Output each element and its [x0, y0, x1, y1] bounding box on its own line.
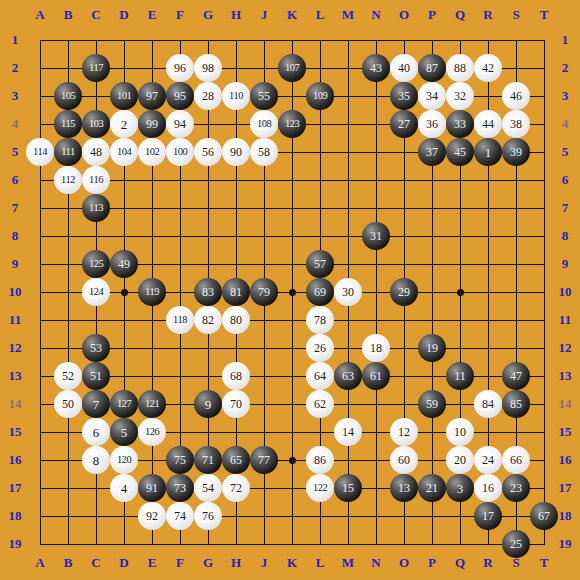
move-number: 42	[482, 62, 494, 74]
col-label-top-G: G	[203, 7, 213, 23]
row-label-left-11: 11	[9, 312, 21, 328]
row-label-right-15: 15	[559, 424, 572, 440]
move-number: 33	[454, 118, 466, 130]
stone-black-27-O4: 27	[390, 110, 418, 138]
move-number: 25	[510, 538, 522, 550]
star-point-K10	[289, 289, 296, 296]
move-number: 58	[258, 146, 270, 158]
stone-white-26-L12: 26	[306, 334, 334, 362]
stone-black-83-G10: 83	[194, 278, 222, 306]
stone-white-122-L17: 122	[306, 474, 334, 502]
move-number: 46	[510, 90, 522, 102]
stone-black-57-L9: 57	[306, 250, 334, 278]
stone-black-115-B4: 115	[54, 110, 82, 138]
stone-white-100-F5: 100	[166, 138, 194, 166]
move-number: 24	[482, 454, 494, 466]
stone-black-55-J3: 55	[250, 82, 278, 110]
stone-white-58-J5: 58	[250, 138, 278, 166]
row-label-right-8: 8	[562, 228, 569, 244]
stone-black-69-L10: 69	[306, 278, 334, 306]
move-number: 124	[89, 287, 103, 298]
stone-black-59-P14: 59	[418, 390, 446, 418]
row-label-right-13: 13	[559, 368, 572, 384]
move-number: 97	[146, 90, 158, 102]
col-label-top-H: H	[231, 7, 241, 23]
move-number: 10	[454, 426, 466, 438]
row-label-left-8: 8	[12, 228, 19, 244]
col-label-top-J: J	[261, 7, 268, 23]
move-number: 18	[370, 342, 382, 354]
stone-white-82-G11: 82	[194, 306, 222, 334]
move-number: 26	[314, 342, 326, 354]
col-label-top-D: D	[119, 7, 128, 23]
row-label-right-2: 2	[562, 60, 569, 76]
move-number: 120	[117, 455, 131, 466]
stone-black-43-N2: 43	[362, 54, 390, 82]
stone-white-46-S3: 46	[502, 82, 530, 110]
move-number: 111	[61, 147, 74, 158]
stone-white-72-H17: 72	[222, 474, 250, 502]
row-label-left-6: 6	[12, 172, 19, 188]
stone-black-73-F17: 73	[166, 474, 194, 502]
stone-white-32-Q3: 32	[446, 82, 474, 110]
move-number: 40	[398, 62, 410, 74]
move-number: 77	[258, 454, 270, 466]
stone-black-45-Q5: 45	[446, 138, 474, 166]
col-label-top-K: K	[287, 7, 297, 23]
move-number: 126	[145, 427, 159, 438]
row-label-right-18: 18	[559, 508, 572, 524]
stone-black-91-E17: 91	[138, 474, 166, 502]
move-number: 69	[314, 286, 326, 298]
row-label-right-12: 12	[559, 340, 572, 356]
move-number: 7	[93, 398, 100, 411]
move-number: 116	[89, 175, 103, 186]
stone-white-12-O15: 12	[390, 418, 418, 446]
stone-black-85-S14: 85	[502, 390, 530, 418]
move-number: 103	[89, 119, 103, 130]
move-number: 65	[230, 454, 242, 466]
move-number: 61	[370, 370, 382, 382]
move-number: 125	[89, 259, 103, 270]
move-number: 123	[285, 119, 299, 130]
row-label-right-9: 9	[562, 256, 569, 272]
move-number: 31	[370, 230, 382, 242]
move-number: 13	[398, 482, 410, 494]
move-number: 87	[426, 62, 438, 74]
move-number: 44	[482, 118, 494, 130]
stone-black-1-R5: 1	[474, 138, 502, 166]
stone-black-81-H10: 81	[222, 278, 250, 306]
move-number: 47	[510, 370, 522, 382]
move-number: 122	[313, 483, 327, 494]
stone-white-114-A5: 114	[26, 138, 54, 166]
stone-white-28-G3: 28	[194, 82, 222, 110]
move-number: 55	[258, 90, 270, 102]
stone-white-80-H11: 80	[222, 306, 250, 334]
move-number: 32	[454, 90, 466, 102]
move-number: 104	[117, 147, 131, 158]
move-number: 113	[89, 203, 103, 214]
row-label-left-9: 9	[12, 256, 19, 272]
stone-white-112-B6: 112	[54, 166, 82, 194]
stone-white-36-P4: 36	[418, 110, 446, 138]
row-label-right-14: 14	[559, 396, 572, 412]
stone-white-126-E15: 126	[138, 418, 166, 446]
move-number: 12	[398, 426, 410, 438]
row-label-left-7: 7	[12, 200, 19, 216]
row-label-right-19: 19	[559, 536, 572, 552]
row-label-right-10: 10	[559, 284, 572, 300]
move-number: 5	[121, 426, 128, 439]
col-label-top-M: M	[342, 7, 354, 23]
row-label-left-18: 18	[9, 508, 22, 524]
row-label-left-4: 4	[12, 116, 19, 132]
move-number: 81	[230, 286, 242, 298]
stone-white-60-O16: 60	[390, 446, 418, 474]
row-label-left-17: 17	[9, 480, 22, 496]
stone-white-66-S16: 66	[502, 446, 530, 474]
col-label-top-A: A	[35, 7, 44, 23]
col-label-top-Q: Q	[455, 7, 465, 23]
stone-white-86-L16: 86	[306, 446, 334, 474]
move-number: 34	[426, 90, 438, 102]
move-number: 11	[454, 370, 466, 382]
move-number: 59	[426, 398, 438, 410]
row-label-right-16: 16	[559, 452, 572, 468]
stone-white-20-Q16: 20	[446, 446, 474, 474]
move-number: 23	[510, 482, 522, 494]
col-label-top-P: P	[428, 7, 436, 23]
star-point-Q10	[457, 289, 464, 296]
stone-white-48-C5: 48	[82, 138, 110, 166]
move-number: 15	[342, 482, 354, 494]
stone-black-21-P17: 21	[418, 474, 446, 502]
move-number: 110	[229, 91, 243, 102]
move-number: 54	[202, 482, 214, 494]
stone-black-17-R18: 17	[474, 502, 502, 530]
move-number: 70	[230, 398, 242, 410]
stone-white-76-G18: 76	[194, 502, 222, 530]
move-number: 63	[342, 370, 354, 382]
stone-black-109-L3: 109	[306, 82, 334, 110]
stone-white-78-L11: 78	[306, 306, 334, 334]
move-number: 79	[258, 286, 270, 298]
stone-white-124-C10: 124	[82, 278, 110, 306]
move-number: 37	[426, 146, 438, 158]
stone-white-110-H3: 110	[222, 82, 250, 110]
move-number: 36	[426, 118, 438, 130]
move-number: 1	[485, 146, 492, 159]
col-label-top-L: L	[316, 7, 325, 23]
stone-black-97-E3: 97	[138, 82, 166, 110]
stone-black-63-M13: 63	[334, 362, 362, 390]
stone-black-123-K4: 123	[278, 110, 306, 138]
stone-black-19-P12: 19	[418, 334, 446, 362]
stone-white-16-R17: 16	[474, 474, 502, 502]
move-number: 38	[510, 118, 522, 130]
stone-white-62-L14: 62	[306, 390, 334, 418]
move-number: 19	[426, 342, 438, 354]
move-number: 39	[510, 146, 522, 158]
stone-white-104-D5: 104	[110, 138, 138, 166]
move-number: 101	[117, 91, 131, 102]
col-label-top-S: S	[512, 7, 519, 23]
stone-black-95-F3: 95	[166, 82, 194, 110]
move-number: 29	[398, 286, 410, 298]
move-number: 74	[174, 510, 186, 522]
move-number: 98	[202, 62, 214, 74]
stone-white-42-R2: 42	[474, 54, 502, 82]
stone-black-71-G16: 71	[194, 446, 222, 474]
move-number: 45	[454, 146, 466, 158]
move-number: 94	[174, 118, 186, 130]
move-number: 88	[454, 62, 466, 74]
stone-black-67-T18: 67	[530, 502, 558, 530]
row-label-right-7: 7	[562, 200, 569, 216]
stone-white-120-D16: 120	[110, 446, 138, 474]
stone-black-107-K2: 107	[278, 54, 306, 82]
move-number: 66	[510, 454, 522, 466]
stone-white-88-Q2: 88	[446, 54, 474, 82]
stone-black-53-C12: 53	[82, 334, 110, 362]
move-number: 118	[173, 315, 187, 326]
stone-white-64-L13: 64	[306, 362, 334, 390]
stone-black-121-E14: 121	[138, 390, 166, 418]
stone-black-125-C9: 125	[82, 250, 110, 278]
row-label-left-13: 13	[9, 368, 22, 384]
move-number: 62	[314, 398, 326, 410]
stone-white-70-H14: 70	[222, 390, 250, 418]
move-number: 100	[173, 147, 187, 158]
stone-white-92-E18: 92	[138, 502, 166, 530]
stone-white-40-O2: 40	[390, 54, 418, 82]
col-label-top-C: C	[91, 7, 100, 23]
move-number: 86	[314, 454, 326, 466]
stone-black-113-C7: 113	[82, 194, 110, 222]
stone-black-99-E4: 99	[138, 110, 166, 138]
move-number: 8	[93, 454, 100, 467]
stone-white-74-F18: 74	[166, 502, 194, 530]
move-number: 115	[61, 119, 75, 130]
move-number: 53	[90, 342, 102, 354]
stone-black-119-E10: 119	[138, 278, 166, 306]
stone-white-38-S4: 38	[502, 110, 530, 138]
move-number: 72	[230, 482, 242, 494]
go-board-diagram: ABCDEFGHJKLMNOPQRST ABCDEFGHJKLMNOPQRST …	[0, 0, 580, 580]
stone-white-68-H13: 68	[222, 362, 250, 390]
col-label-top-B: B	[64, 7, 73, 23]
row-label-left-19: 19	[9, 536, 22, 552]
row-label-left-15: 15	[9, 424, 22, 440]
move-number: 57	[314, 258, 326, 270]
stone-white-2-D4: 2	[110, 110, 138, 138]
row-label-left-3: 3	[12, 88, 19, 104]
stone-black-7-C14: 7	[82, 390, 110, 418]
stone-white-116-C6: 116	[82, 166, 110, 194]
stone-white-34-P3: 34	[418, 82, 446, 110]
stone-white-30-M10: 30	[334, 278, 362, 306]
stone-black-37-P5: 37	[418, 138, 446, 166]
stone-black-101-D3: 101	[110, 82, 138, 110]
move-number: 68	[230, 370, 242, 382]
stone-white-84-R14: 84	[474, 390, 502, 418]
stone-black-15-M17: 15	[334, 474, 362, 502]
stone-white-4-D17: 4	[110, 474, 138, 502]
stone-black-103-C4: 103	[82, 110, 110, 138]
row-label-right-11: 11	[559, 312, 571, 328]
move-number: 91	[146, 482, 158, 494]
move-number: 83	[202, 286, 214, 298]
stone-black-39-S5: 39	[502, 138, 530, 166]
move-number: 121	[145, 399, 159, 410]
stone-white-24-R16: 24	[474, 446, 502, 474]
move-number: 49	[118, 258, 130, 270]
stone-white-102-E5: 102	[138, 138, 166, 166]
row-label-right-5: 5	[562, 144, 569, 160]
move-number: 82	[202, 314, 214, 326]
stone-black-13-O17: 13	[390, 474, 418, 502]
move-number: 96	[174, 62, 186, 74]
col-label-top-R: R	[483, 7, 492, 23]
star-point-D10	[121, 289, 128, 296]
row-label-right-1: 1	[562, 32, 569, 48]
stone-black-49-D9: 49	[110, 250, 138, 278]
star-point-K16	[289, 457, 296, 464]
stone-white-108-J4: 108	[250, 110, 278, 138]
row-label-left-10: 10	[9, 284, 22, 300]
move-number: 16	[482, 482, 494, 494]
move-number: 99	[146, 118, 158, 130]
move-number: 67	[538, 510, 550, 522]
col-label-top-T: T	[540, 7, 549, 23]
move-number: 114	[33, 147, 47, 158]
row-label-left-1: 1	[12, 32, 19, 48]
stone-black-9-G14: 9	[194, 390, 222, 418]
move-number: 20	[454, 454, 466, 466]
row-label-left-2: 2	[12, 60, 19, 76]
stone-black-65-H16: 65	[222, 446, 250, 474]
move-number: 9	[205, 398, 212, 411]
move-number: 4	[121, 482, 128, 495]
stone-black-77-J16: 77	[250, 446, 278, 474]
stone-black-31-N8: 31	[362, 222, 390, 250]
stone-black-105-B3: 105	[54, 82, 82, 110]
move-number: 35	[398, 90, 410, 102]
board-grid[interactable]: 1234567891011121314151617181920212324252…	[26, 26, 558, 558]
move-number: 73	[174, 482, 186, 494]
move-number: 109	[313, 91, 327, 102]
move-number: 3	[457, 482, 464, 495]
stone-black-127-D14: 127	[110, 390, 138, 418]
move-number: 28	[202, 90, 214, 102]
stone-black-47-S13: 47	[502, 362, 530, 390]
move-number: 71	[202, 454, 214, 466]
row-label-left-5: 5	[12, 144, 19, 160]
move-number: 76	[202, 510, 214, 522]
move-number: 6	[93, 426, 100, 439]
stone-white-8-C16: 8	[82, 446, 110, 474]
move-number: 17	[482, 510, 494, 522]
move-number: 108	[257, 119, 271, 130]
col-label-top-N: N	[371, 7, 380, 23]
col-label-top-O: O	[399, 7, 409, 23]
move-number: 14	[342, 426, 354, 438]
move-number: 75	[174, 454, 186, 466]
row-label-left-12: 12	[9, 340, 22, 356]
col-label-top-E: E	[148, 7, 157, 23]
stone-white-90-H5: 90	[222, 138, 250, 166]
move-number: 107	[285, 63, 299, 74]
move-number: 2	[121, 118, 128, 131]
stone-white-6-C15: 6	[82, 418, 110, 446]
stone-black-117-C2: 117	[82, 54, 110, 82]
row-label-right-4: 4	[562, 116, 569, 132]
stone-white-98-G2: 98	[194, 54, 222, 82]
stone-black-29-O10: 29	[390, 278, 418, 306]
stone-black-11-Q13: 11	[446, 362, 474, 390]
stone-black-61-N13: 61	[362, 362, 390, 390]
move-number: 48	[90, 146, 102, 158]
move-number: 127	[117, 399, 131, 410]
stone-white-96-F2: 96	[166, 54, 194, 82]
move-number: 50	[62, 398, 74, 410]
move-number: 21	[426, 482, 438, 494]
row-label-right-6: 6	[562, 172, 569, 188]
stone-black-33-Q4: 33	[446, 110, 474, 138]
stone-white-52-B13: 52	[54, 362, 82, 390]
stone-black-87-P2: 87	[418, 54, 446, 82]
move-number: 64	[314, 370, 326, 382]
stone-black-35-O3: 35	[390, 82, 418, 110]
stone-white-44-R4: 44	[474, 110, 502, 138]
stone-black-3-Q17: 3	[446, 474, 474, 502]
move-number: 119	[145, 287, 159, 298]
stone-white-50-B14: 50	[54, 390, 82, 418]
move-number: 80	[230, 314, 242, 326]
stone-black-79-J10: 79	[250, 278, 278, 306]
move-number: 102	[145, 147, 159, 158]
move-number: 112	[61, 175, 75, 186]
move-number: 78	[314, 314, 326, 326]
row-label-right-3: 3	[562, 88, 569, 104]
move-number: 95	[174, 90, 186, 102]
stone-white-14-M15: 14	[334, 418, 362, 446]
stone-black-111-B5: 111	[54, 138, 82, 166]
row-label-right-17: 17	[559, 480, 572, 496]
stone-black-51-C13: 51	[82, 362, 110, 390]
move-number: 43	[370, 62, 382, 74]
stone-black-23-S17: 23	[502, 474, 530, 502]
row-label-left-16: 16	[9, 452, 22, 468]
stone-white-56-G5: 56	[194, 138, 222, 166]
row-label-left-14: 14	[9, 396, 22, 412]
move-number: 52	[62, 370, 74, 382]
move-number: 90	[230, 146, 242, 158]
move-number: 60	[398, 454, 410, 466]
stone-black-75-F16: 75	[166, 446, 194, 474]
move-number: 30	[342, 286, 354, 298]
stone-white-94-F4: 94	[166, 110, 194, 138]
col-label-top-F: F	[176, 7, 184, 23]
move-number: 85	[510, 398, 522, 410]
move-number: 27	[398, 118, 410, 130]
stone-white-118-F11: 118	[166, 306, 194, 334]
move-number: 84	[482, 398, 494, 410]
stone-black-25-S19: 25	[502, 530, 530, 558]
stone-white-10-Q15: 10	[446, 418, 474, 446]
move-number: 92	[146, 510, 158, 522]
